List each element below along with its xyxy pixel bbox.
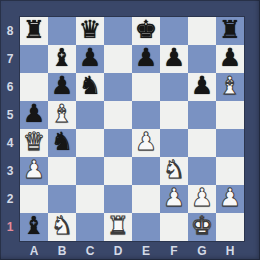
rank-label-4: 4 — [0, 129, 20, 157]
rank-label-2: 2 — [0, 185, 20, 213]
square-d8[interactable] — [104, 17, 132, 45]
square-g2[interactable]: ♟ — [188, 185, 216, 213]
white-knight-b1: ♞ — [51, 212, 73, 240]
square-g5[interactable] — [188, 101, 216, 129]
square-c3[interactable] — [76, 157, 104, 185]
square-c8[interactable]: ♛ — [76, 17, 104, 45]
black-pawn-a5: ♟ — [23, 100, 45, 128]
white-pawn-a3: ♟ — [23, 156, 45, 184]
square-g8[interactable] — [188, 17, 216, 45]
white-pawn-f2: ♟ — [163, 184, 185, 212]
black-pawn-b6: ♟ — [51, 72, 73, 100]
chess-board: ♜♛♚♜♝♟♟♟♟♟♞♟♝♟♝♛♞♟♟♞♟♟♟♝♞♜♚ — [20, 17, 244, 241]
square-f6[interactable] — [160, 73, 188, 101]
file-label-f: F — [160, 242, 188, 260]
square-e8[interactable]: ♚ — [132, 17, 160, 45]
square-h8[interactable]: ♜ — [216, 17, 244, 45]
square-a4[interactable]: ♛ — [20, 129, 48, 157]
square-a3[interactable]: ♟ — [20, 157, 48, 185]
file-label-e: E — [132, 242, 160, 260]
white-bishop-h6: ♝ — [219, 72, 241, 100]
square-d5[interactable] — [104, 101, 132, 129]
square-g1[interactable]: ♚ — [188, 213, 216, 241]
file-label-c: C — [76, 242, 104, 260]
rank-labels: 87654321 — [0, 17, 20, 241]
square-f1[interactable] — [160, 213, 188, 241]
square-b4[interactable]: ♞ — [48, 129, 76, 157]
square-d6[interactable] — [104, 73, 132, 101]
square-d2[interactable] — [104, 185, 132, 213]
square-a5[interactable]: ♟ — [20, 101, 48, 129]
square-b2[interactable] — [48, 185, 76, 213]
rank-label-6: 6 — [0, 73, 20, 101]
square-g6[interactable]: ♟ — [188, 73, 216, 101]
square-e6[interactable] — [132, 73, 160, 101]
square-d4[interactable] — [104, 129, 132, 157]
black-knight-c6: ♞ — [79, 72, 101, 100]
white-queen-a4: ♛ — [23, 128, 45, 156]
rank-label-3: 3 — [0, 157, 20, 185]
square-f5[interactable] — [160, 101, 188, 129]
file-label-g: G — [188, 242, 216, 260]
square-g4[interactable] — [188, 129, 216, 157]
square-d3[interactable] — [104, 157, 132, 185]
black-rook-h8: ♜ — [219, 16, 241, 44]
black-pawn-f7: ♟ — [163, 44, 185, 72]
square-b7[interactable]: ♝ — [48, 45, 76, 73]
square-b6[interactable]: ♟ — [48, 73, 76, 101]
square-c1[interactable] — [76, 213, 104, 241]
square-f3[interactable]: ♞ — [160, 157, 188, 185]
square-e2[interactable] — [132, 185, 160, 213]
rank-label-7: 7 — [0, 45, 20, 73]
file-label-h: H — [216, 242, 244, 260]
square-g3[interactable] — [188, 157, 216, 185]
square-e5[interactable] — [132, 101, 160, 129]
black-rook-a8: ♜ — [23, 16, 45, 44]
square-d1[interactable]: ♜ — [104, 213, 132, 241]
black-pawn-c7: ♟ — [79, 44, 101, 72]
square-c4[interactable] — [76, 129, 104, 157]
rank-label-5: 5 — [0, 101, 20, 129]
square-f7[interactable]: ♟ — [160, 45, 188, 73]
square-e3[interactable] — [132, 157, 160, 185]
file-label-b: B — [48, 242, 76, 260]
rank-label-8: 8 — [0, 17, 20, 45]
square-h2[interactable]: ♟ — [216, 185, 244, 213]
square-h3[interactable] — [216, 157, 244, 185]
square-b8[interactable] — [48, 17, 76, 45]
square-e1[interactable] — [132, 213, 160, 241]
black-queen-c8: ♛ — [79, 16, 101, 44]
square-f4[interactable] — [160, 129, 188, 157]
white-knight-f3: ♞ — [163, 156, 185, 184]
square-b5[interactable]: ♝ — [48, 101, 76, 129]
square-a8[interactable]: ♜ — [20, 17, 48, 45]
white-pawn-h2: ♟ — [219, 184, 241, 212]
square-c5[interactable] — [76, 101, 104, 129]
square-h1[interactable] — [216, 213, 244, 241]
square-h5[interactable] — [216, 101, 244, 129]
rank-label-1: 1 — [0, 213, 20, 241]
square-f2[interactable]: ♟ — [160, 185, 188, 213]
square-e4[interactable]: ♟ — [132, 129, 160, 157]
square-a7[interactable] — [20, 45, 48, 73]
square-h4[interactable] — [216, 129, 244, 157]
black-pawn-g6: ♟ — [191, 72, 213, 100]
black-bishop-b7: ♝ — [51, 44, 73, 72]
square-f8[interactable] — [160, 17, 188, 45]
square-c6[interactable]: ♞ — [76, 73, 104, 101]
file-label-a: A — [20, 242, 48, 260]
black-king-e8: ♚ — [135, 16, 157, 44]
square-h7[interactable]: ♟ — [216, 45, 244, 73]
file-label-d: D — [104, 242, 132, 260]
file-labels: ABCDEFGH — [20, 242, 244, 260]
square-a2[interactable] — [20, 185, 48, 213]
board-frame: 87654321 ♜♛♚♜♝♟♟♟♟♟♞♟♝♟♝♛♞♟♟♞♟♟♟♝♞♜♚ ABC… — [0, 0, 260, 260]
white-pawn-e4: ♟ — [135, 128, 157, 156]
square-b3[interactable] — [48, 157, 76, 185]
square-e7[interactable]: ♟ — [132, 45, 160, 73]
white-pawn-g2: ♟ — [191, 184, 213, 212]
square-a1[interactable]: ♝ — [20, 213, 48, 241]
square-c2[interactable] — [76, 185, 104, 213]
black-pawn-h7: ♟ — [219, 44, 241, 72]
square-c7[interactable]: ♟ — [76, 45, 104, 73]
square-a6[interactable] — [20, 73, 48, 101]
black-pawn-e7: ♟ — [135, 44, 157, 72]
square-h6[interactable]: ♝ — [216, 73, 244, 101]
white-rook-d1: ♜ — [107, 212, 129, 240]
square-d7[interactable] — [104, 45, 132, 73]
white-bishop-b5: ♝ — [51, 100, 73, 128]
white-king-g1: ♚ — [191, 212, 213, 240]
black-knight-b4: ♞ — [51, 128, 73, 156]
square-b1[interactable]: ♞ — [48, 213, 76, 241]
square-g7[interactable] — [188, 45, 216, 73]
black-bishop-a1: ♝ — [23, 212, 45, 240]
